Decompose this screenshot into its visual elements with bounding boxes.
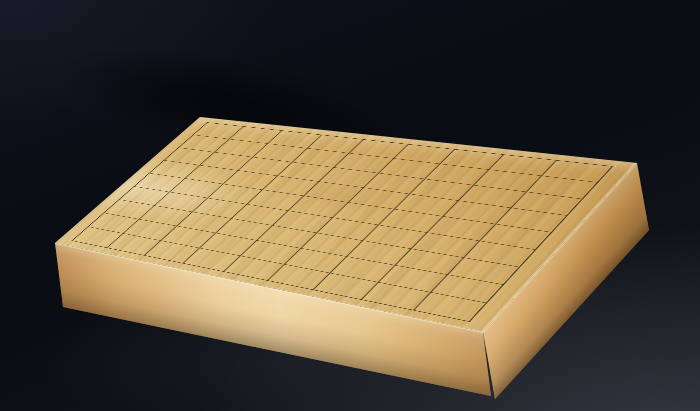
photo-background — [0, 0, 700, 411]
board-scene — [0, 0, 700, 411]
